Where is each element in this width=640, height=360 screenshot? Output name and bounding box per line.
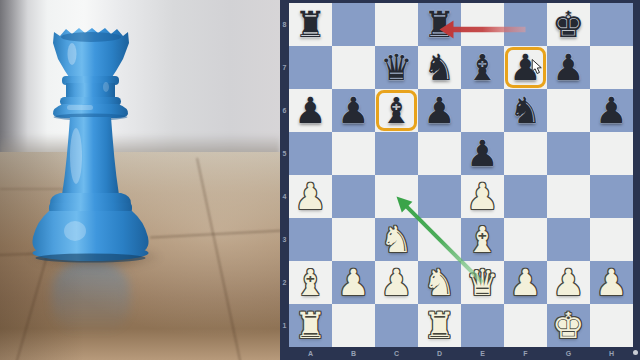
square-a3[interactable]	[289, 218, 332, 261]
square-d4[interactable]	[418, 175, 461, 218]
square-g8[interactable]: ♚	[547, 3, 590, 46]
rank-label-3: 3	[280, 218, 289, 261]
square-e8[interactable]	[461, 3, 504, 46]
rank-label-8: 8	[280, 3, 289, 46]
square-c1[interactable]	[375, 304, 418, 347]
square-d7[interactable]: ♞	[418, 46, 461, 89]
rook-reflection	[52, 262, 130, 334]
square-c7[interactable]: ♛	[375, 46, 418, 89]
square-h1[interactable]	[590, 304, 633, 347]
square-b4[interactable]	[332, 175, 375, 218]
square-f6[interactable]: ♞	[504, 89, 547, 132]
board-panel: ♜♜♚♛♞♝♟♟♟♟♝♟♞♟♟♟♟♞♝♝♟♟♞♛♟♟♟♜♜♚ 87654321 …	[280, 0, 640, 360]
piece-black-pawn-e5[interactable]: ♟	[461, 131, 504, 175]
piece-white-pawn-b2[interactable]: ♟	[332, 260, 375, 304]
piece-black-pawn-d6[interactable]: ♟	[418, 88, 461, 132]
square-a4[interactable]: ♟	[289, 175, 332, 218]
rank-label-4: 4	[280, 175, 289, 218]
square-f2[interactable]: ♟	[504, 261, 547, 304]
rank-label-5: 5	[280, 132, 289, 175]
square-f1[interactable]	[504, 304, 547, 347]
square-g3[interactable]	[547, 218, 590, 261]
square-g4[interactable]	[547, 175, 590, 218]
square-g1[interactable]: ♚	[547, 304, 590, 347]
piece-black-bishop-c6[interactable]: ♝	[375, 88, 418, 132]
piece-black-knight-d7[interactable]: ♞	[418, 45, 461, 89]
square-b8[interactable]	[332, 3, 375, 46]
piece-white-pawn-f2[interactable]: ♟	[504, 260, 547, 304]
square-e5[interactable]: ♟	[461, 132, 504, 175]
photo-blue-rook	[0, 0, 280, 360]
rank-label-1: 1	[280, 304, 289, 347]
panel-corner-dot	[633, 350, 638, 355]
square-b6[interactable]: ♟	[332, 89, 375, 132]
square-h6[interactable]: ♟	[590, 89, 633, 132]
square-a8[interactable]: ♜	[289, 3, 332, 46]
piece-black-pawn-b6[interactable]: ♟	[332, 88, 375, 132]
square-e6[interactable]	[461, 89, 504, 132]
blue-rook-piece	[26, 24, 156, 266]
rank-label-7: 7	[280, 46, 289, 89]
piece-white-knight-d2[interactable]: ♞	[418, 260, 461, 304]
file-label-h: H	[590, 347, 633, 360]
piece-black-knight-f6[interactable]: ♞	[504, 88, 547, 132]
square-d1[interactable]: ♜	[418, 304, 461, 347]
square-f7[interactable]: ♟	[504, 46, 547, 89]
piece-black-king-g8[interactable]: ♚	[547, 2, 590, 46]
piece-white-knight-c3[interactable]: ♞	[375, 217, 418, 261]
piece-black-queen-c7[interactable]: ♛	[375, 45, 418, 89]
piece-white-rook-d1[interactable]: ♜	[418, 303, 461, 347]
piece-white-pawn-g2[interactable]: ♟	[547, 260, 590, 304]
square-c4[interactable]	[375, 175, 418, 218]
square-f5[interactable]	[504, 132, 547, 175]
square-c8[interactable]	[375, 3, 418, 46]
file-label-f: F	[504, 347, 547, 360]
square-a5[interactable]	[289, 132, 332, 175]
file-label-g: G	[547, 347, 590, 360]
square-a6[interactable]: ♟	[289, 89, 332, 132]
square-e3[interactable]: ♝	[461, 218, 504, 261]
piece-white-bishop-a2[interactable]: ♝	[289, 260, 332, 304]
piece-white-rook-a1[interactable]: ♜	[289, 303, 332, 347]
rank-label-6: 6	[280, 89, 289, 132]
square-h3[interactable]	[590, 218, 633, 261]
square-e1[interactable]	[461, 304, 504, 347]
square-c3[interactable]: ♞	[375, 218, 418, 261]
square-g2[interactable]: ♟	[547, 261, 590, 304]
piece-black-bishop-e7[interactable]: ♝	[461, 45, 504, 89]
square-e4[interactable]: ♟	[461, 175, 504, 218]
square-d3[interactable]	[418, 218, 461, 261]
square-h4[interactable]	[590, 175, 633, 218]
square-h2[interactable]: ♟	[590, 261, 633, 304]
square-c6[interactable]: ♝	[375, 89, 418, 132]
square-a7[interactable]	[289, 46, 332, 89]
piece-white-pawn-a4[interactable]: ♟	[289, 174, 332, 218]
piece-black-pawn-f7[interactable]: ♟	[504, 45, 547, 89]
file-label-e: E	[461, 347, 504, 360]
square-c2[interactable]: ♟	[375, 261, 418, 304]
square-e2[interactable]: ♛	[461, 261, 504, 304]
square-h5[interactable]	[590, 132, 633, 175]
file-label-d: D	[418, 347, 461, 360]
square-g5[interactable]	[547, 132, 590, 175]
square-d5[interactable]	[418, 132, 461, 175]
square-b5[interactable]	[332, 132, 375, 175]
square-b3[interactable]	[332, 218, 375, 261]
square-g6[interactable]	[547, 89, 590, 132]
square-c5[interactable]	[375, 132, 418, 175]
rank-label-2: 2	[280, 261, 289, 304]
piece-black-pawn-g7[interactable]: ♟	[547, 45, 590, 89]
piece-white-pawn-e4[interactable]: ♟	[461, 174, 504, 218]
piece-black-rook-a8[interactable]: ♜	[289, 2, 332, 46]
chess-board[interactable]: ♜♜♚♛♞♝♟♟♟♟♝♟♞♟♟♟♟♞♝♝♟♟♞♛♟♟♟♜♜♚	[289, 3, 633, 347]
square-h8[interactable]	[590, 3, 633, 46]
file-label-b: B	[332, 347, 375, 360]
file-label-c: C	[375, 347, 418, 360]
square-b7[interactable]	[332, 46, 375, 89]
file-label-a: A	[289, 347, 332, 360]
square-f8[interactable]	[504, 3, 547, 46]
piece-black-pawn-h6[interactable]: ♟	[590, 88, 633, 132]
square-b2[interactable]: ♟	[332, 261, 375, 304]
square-b1[interactable]	[332, 304, 375, 347]
piece-black-rook-d8[interactable]: ♜	[418, 2, 461, 46]
square-f3[interactable]	[504, 218, 547, 261]
piece-white-queen-e2[interactable]: ♛	[461, 260, 504, 304]
square-a1[interactable]: ♜	[289, 304, 332, 347]
piece-white-king-g1[interactable]: ♚	[547, 303, 590, 347]
screenshot: ♜♜♚♛♞♝♟♟♟♟♝♟♞♟♟♟♟♞♝♝♟♟♞♛♟♟♟♜♜♚ 87654321 …	[0, 0, 640, 360]
square-a2[interactable]: ♝	[289, 261, 332, 304]
square-h7[interactable]	[590, 46, 633, 89]
piece-white-bishop-e3[interactable]: ♝	[461, 217, 504, 261]
piece-white-pawn-c2[interactable]: ♟	[375, 260, 418, 304]
piece-black-pawn-a6[interactable]: ♟	[289, 88, 332, 132]
square-d8[interactable]: ♜	[418, 3, 461, 46]
square-d2[interactable]: ♞	[418, 261, 461, 304]
square-d6[interactable]: ♟	[418, 89, 461, 132]
piece-white-pawn-h2[interactable]: ♟	[590, 260, 633, 304]
square-e7[interactable]: ♝	[461, 46, 504, 89]
square-g7[interactable]: ♟	[547, 46, 590, 89]
square-f4[interactable]	[504, 175, 547, 218]
